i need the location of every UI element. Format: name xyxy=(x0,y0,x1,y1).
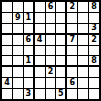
cell-r5c4[interactable] xyxy=(35,46,45,56)
cell-r6c9[interactable]: 8 xyxy=(89,56,99,66)
cell-r3c4[interactable] xyxy=(35,24,45,34)
cell-r9c1[interactable] xyxy=(2,89,12,99)
given-digit: 1 xyxy=(25,57,31,65)
given-digit: 6 xyxy=(25,36,31,44)
cell-r4c2[interactable] xyxy=(13,35,23,45)
cell-r9c5[interactable] xyxy=(46,89,56,99)
cell-r7c8[interactable] xyxy=(78,67,88,77)
cell-r4c1[interactable] xyxy=(2,35,12,45)
cell-r6c5[interactable] xyxy=(46,56,56,66)
cell-r2c6[interactable] xyxy=(56,13,66,23)
given-digit: 1 xyxy=(25,14,31,22)
cell-r7c9[interactable] xyxy=(89,67,99,77)
cell-r7c3[interactable] xyxy=(24,67,34,77)
cell-r7c1[interactable] xyxy=(2,67,12,77)
given-digit: 2 xyxy=(48,68,54,76)
cell-r3c7[interactable] xyxy=(67,24,77,34)
cell-r8c5[interactable] xyxy=(46,78,56,88)
given-digit: 6 xyxy=(69,79,75,87)
cell-r8c1[interactable]: 4 xyxy=(2,78,12,88)
given-digit: 2 xyxy=(91,36,97,44)
cell-r8c7[interactable]: 6 xyxy=(67,78,77,88)
cell-r5c2[interactable] xyxy=(13,46,23,56)
cell-r3c2[interactable] xyxy=(13,24,23,34)
cell-r9c6[interactable]: 5 xyxy=(56,89,66,99)
cell-r7c2[interactable] xyxy=(13,67,23,77)
cell-r9c9[interactable] xyxy=(89,89,99,99)
cell-r7c5[interactable]: 2 xyxy=(46,67,56,77)
given-digit: 4 xyxy=(4,79,10,87)
cell-r2c7[interactable] xyxy=(67,13,77,23)
cell-r7c4[interactable] xyxy=(35,67,45,77)
cell-r6c6[interactable] xyxy=(56,56,66,66)
cell-r3c5[interactable] xyxy=(46,24,56,34)
given-digit: 3 xyxy=(25,90,31,98)
cell-r4c7[interactable]: 7 xyxy=(67,35,77,45)
given-digit: 7 xyxy=(69,36,75,44)
cell-r3c3[interactable] xyxy=(24,24,34,34)
cell-r5c6[interactable] xyxy=(56,46,66,56)
cell-r6c8[interactable] xyxy=(78,56,88,66)
cell-r2c8[interactable] xyxy=(78,13,88,23)
cell-r2c9[interactable] xyxy=(89,13,99,23)
cell-r6c7[interactable] xyxy=(67,56,77,66)
cell-r9c2[interactable] xyxy=(13,89,23,99)
cell-r8c4[interactable] xyxy=(35,78,45,88)
cell-r1c7[interactable]: 2 xyxy=(67,2,77,12)
cell-r5c7[interactable] xyxy=(67,46,77,56)
cell-r4c9[interactable]: 2 xyxy=(89,35,99,45)
cell-r5c9[interactable] xyxy=(89,46,99,56)
given-digit: 9 xyxy=(15,14,21,22)
cell-r3c9[interactable]: 3 xyxy=(89,24,99,34)
cell-r2c1[interactable] xyxy=(2,13,12,23)
cell-r3c1[interactable] xyxy=(2,24,12,34)
cell-r9c7[interactable] xyxy=(67,89,77,99)
cell-r4c6[interactable] xyxy=(56,35,66,45)
cell-r1c6[interactable] xyxy=(56,2,66,12)
cell-r8c8[interactable] xyxy=(78,78,88,88)
given-digit: 8 xyxy=(91,3,97,11)
given-digit: 3 xyxy=(91,24,97,32)
given-digit: 2 xyxy=(69,3,75,11)
cell-r1c3[interactable] xyxy=(24,2,34,12)
cell-r5c5[interactable] xyxy=(46,46,56,56)
cell-r1c5[interactable]: 6 xyxy=(46,2,56,12)
cell-r9c8[interactable] xyxy=(78,89,88,99)
cell-r5c8[interactable] xyxy=(78,46,88,56)
cell-r9c4[interactable] xyxy=(35,89,45,99)
cell-r8c3[interactable] xyxy=(24,78,34,88)
cell-r9c3[interactable]: 3 xyxy=(24,89,34,99)
cell-r2c4[interactable] xyxy=(35,13,45,23)
cell-r3c6[interactable] xyxy=(56,24,66,34)
given-digit: 6 xyxy=(48,3,54,11)
cell-r1c8[interactable] xyxy=(78,2,88,12)
given-digit: 8 xyxy=(91,57,97,65)
cell-r6c3[interactable]: 1 xyxy=(24,56,34,66)
cell-r6c4[interactable] xyxy=(35,56,45,66)
cell-r6c2[interactable] xyxy=(13,56,23,66)
cell-r4c5[interactable] xyxy=(46,35,56,45)
cell-r1c4[interactable] xyxy=(35,2,45,12)
cell-r5c1[interactable] xyxy=(2,46,12,56)
cell-r2c2[interactable]: 9 xyxy=(13,13,23,23)
cell-r4c8[interactable] xyxy=(78,35,88,45)
cell-r8c2[interactable] xyxy=(13,78,23,88)
sudoku-board: 62891364721824635 xyxy=(0,0,101,101)
cell-r4c4[interactable]: 4 xyxy=(35,35,45,45)
given-digit: 4 xyxy=(37,36,43,44)
cell-r1c1[interactable] xyxy=(2,2,12,12)
cell-r6c1[interactable] xyxy=(2,56,12,66)
cell-r2c3[interactable]: 1 xyxy=(24,13,34,23)
cell-r1c9[interactable]: 8 xyxy=(89,2,99,12)
cell-r8c6[interactable] xyxy=(56,78,66,88)
cell-r4c3[interactable]: 6 xyxy=(24,35,34,45)
cell-r5c3[interactable] xyxy=(24,46,34,56)
cell-r2c5[interactable] xyxy=(46,13,56,23)
cell-r7c7[interactable] xyxy=(67,67,77,77)
cell-r3c8[interactable] xyxy=(78,24,88,34)
given-digit: 5 xyxy=(58,90,64,98)
cell-r7c6[interactable] xyxy=(56,67,66,77)
cell-r1c2[interactable] xyxy=(13,2,23,12)
cell-r8c9[interactable] xyxy=(89,78,99,88)
